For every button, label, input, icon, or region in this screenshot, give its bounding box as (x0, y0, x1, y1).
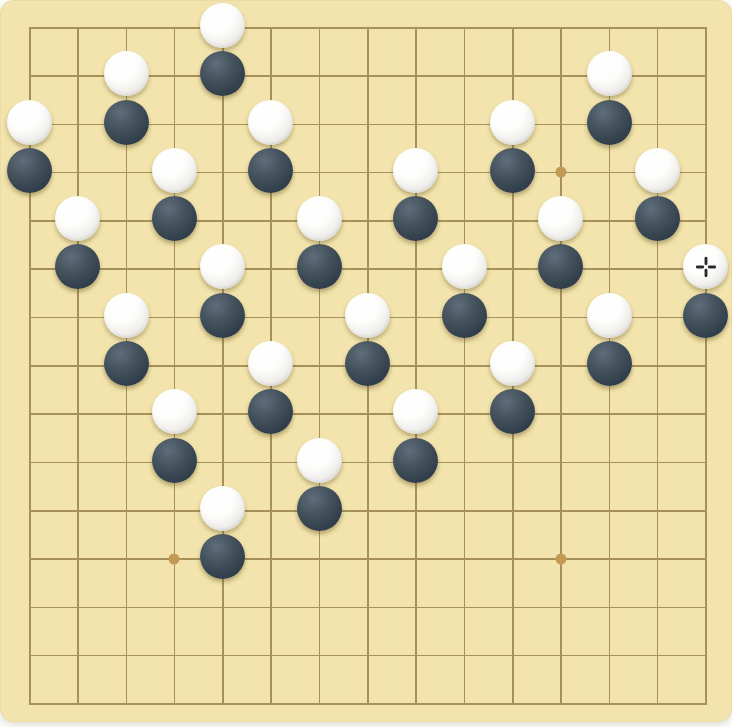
board-intersection[interactable] (537, 197, 585, 245)
board-intersection[interactable] (102, 100, 150, 148)
board-grid[interactable] (5, 3, 729, 727)
board-intersection[interactable] (343, 341, 391, 389)
board-intersection[interactable] (150, 438, 198, 486)
white-stone (442, 244, 487, 289)
white-stone (104, 51, 149, 96)
white-stone (152, 389, 197, 434)
board-intersection[interactable] (343, 293, 391, 341)
board-intersection[interactable] (247, 390, 295, 438)
board-intersection[interactable] (150, 197, 198, 245)
black-stone (393, 196, 438, 241)
black-stone (104, 341, 149, 386)
board-intersection[interactable] (585, 52, 633, 100)
board-intersection[interactable] (247, 341, 295, 389)
board-intersection[interactable] (392, 438, 440, 486)
black-stone (490, 389, 535, 434)
black-stone (587, 100, 632, 145)
white-stone (200, 3, 245, 48)
last-move-crosshair-icon (695, 256, 717, 278)
black-stone (683, 293, 728, 338)
white-stone (152, 148, 197, 193)
black-stone (345, 341, 390, 386)
board-intersection[interactable] (199, 52, 247, 100)
board-intersection[interactable] (54, 197, 102, 245)
white-stone (538, 196, 583, 241)
white-stone (345, 293, 390, 338)
black-stone (635, 196, 680, 241)
white-stone (587, 293, 632, 338)
board-intersection[interactable] (54, 245, 102, 293)
board-intersection[interactable] (295, 245, 343, 293)
white-stone (393, 148, 438, 193)
board-intersection[interactable] (5, 148, 53, 196)
black-stone (152, 196, 197, 241)
board-intersection[interactable] (392, 197, 440, 245)
white-stone (635, 148, 680, 193)
black-stone (7, 148, 52, 193)
board-intersection[interactable] (102, 293, 150, 341)
black-stone (55, 244, 100, 289)
white-stone (104, 293, 149, 338)
white-stone (248, 341, 293, 386)
board-intersection[interactable] (295, 197, 343, 245)
board-intersection[interactable] (199, 535, 247, 583)
black-stone (490, 148, 535, 193)
board-intersection[interactable] (440, 245, 488, 293)
board-intersection[interactable] (585, 293, 633, 341)
black-stone (248, 148, 293, 193)
board-intersection[interactable] (488, 100, 536, 148)
board-intersection[interactable] (392, 148, 440, 196)
board-intersection[interactable] (682, 245, 730, 293)
black-stone (538, 244, 583, 289)
board-intersection[interactable] (537, 245, 585, 293)
black-stone (104, 100, 149, 145)
white-stone (200, 244, 245, 289)
board-intersection[interactable] (199, 3, 247, 51)
white-stone (683, 244, 728, 289)
black-stone (200, 293, 245, 338)
board-intersection[interactable] (150, 390, 198, 438)
go-board (0, 0, 732, 722)
board-intersection[interactable] (295, 486, 343, 534)
black-stone (200, 534, 245, 579)
black-stone (442, 293, 487, 338)
white-stone (393, 389, 438, 434)
board-intersection[interactable] (682, 293, 730, 341)
white-stone (7, 100, 52, 145)
board-intersection[interactable] (585, 100, 633, 148)
board-intersection[interactable] (199, 486, 247, 534)
board-intersection[interactable] (102, 341, 150, 389)
white-stone (55, 196, 100, 241)
black-stone (393, 438, 438, 483)
white-stone (200, 486, 245, 531)
board-intersection[interactable] (150, 148, 198, 196)
white-stone (587, 51, 632, 96)
black-stone (152, 438, 197, 483)
black-stone (587, 341, 632, 386)
board-intersection[interactable] (247, 148, 295, 196)
black-stone (297, 486, 342, 531)
white-stone (248, 100, 293, 145)
board-intersection[interactable] (102, 52, 150, 100)
board-intersection[interactable] (488, 148, 536, 196)
board-intersection[interactable] (247, 100, 295, 148)
white-stone (297, 438, 342, 483)
board-intersection[interactable] (440, 293, 488, 341)
board-intersection[interactable] (488, 390, 536, 438)
black-stone (200, 51, 245, 96)
board-intersection[interactable] (199, 293, 247, 341)
board-intersection[interactable] (295, 438, 343, 486)
black-stone (248, 389, 293, 434)
board-intersection[interactable] (199, 245, 247, 293)
black-stone (297, 244, 342, 289)
board-intersection[interactable] (633, 197, 681, 245)
white-stone (297, 196, 342, 241)
board-intersection[interactable] (633, 148, 681, 196)
white-stone (490, 341, 535, 386)
board-intersection[interactable] (5, 100, 53, 148)
board-intersection[interactable] (488, 341, 536, 389)
board-intersection[interactable] (585, 341, 633, 389)
white-stone (490, 100, 535, 145)
board-intersection[interactable] (392, 390, 440, 438)
